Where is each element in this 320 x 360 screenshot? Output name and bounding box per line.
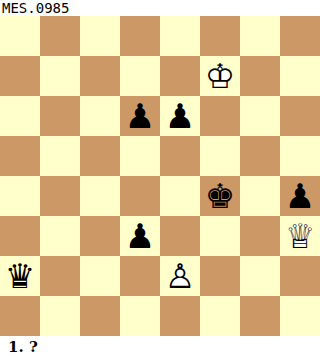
square-e5[interactable]	[160, 136, 200, 176]
square-b5[interactable]	[40, 136, 80, 176]
square-d2[interactable]	[120, 256, 160, 296]
puzzle-id: MES.0985	[2, 0, 69, 16]
square-b7[interactable]	[40, 56, 80, 96]
piece-fill: ♚	[200, 176, 240, 216]
square-h7[interactable]	[280, 56, 320, 96]
square-c1[interactable]	[80, 296, 120, 336]
piece-fill: ♟	[280, 176, 320, 216]
move-prompt: 1. ?	[8, 337, 38, 359]
white-king-icon: ♚♔	[200, 56, 240, 96]
square-f6[interactable]	[200, 96, 240, 136]
square-f1[interactable]	[200, 296, 240, 336]
square-d5[interactable]	[120, 136, 160, 176]
square-e7[interactable]	[160, 56, 200, 96]
piece-fill: ♟	[160, 96, 200, 136]
square-b6[interactable]	[40, 96, 80, 136]
black-queen-icon: ♛	[0, 256, 40, 296]
square-c4[interactable]	[80, 176, 120, 216]
square-a8[interactable]	[0, 16, 40, 56]
square-f7[interactable]: ♚♔	[200, 56, 240, 96]
square-b3[interactable]	[40, 216, 80, 256]
square-a2[interactable]: ♛	[0, 256, 40, 296]
square-c6[interactable]	[80, 96, 120, 136]
square-a5[interactable]	[0, 136, 40, 176]
square-d8[interactable]	[120, 16, 160, 56]
square-b1[interactable]	[40, 296, 80, 336]
square-f4[interactable]: ♚	[200, 176, 240, 216]
chess-board: ♚♔♟♟♚♟♟♛♕♛♟♙	[0, 16, 320, 336]
square-d7[interactable]	[120, 56, 160, 96]
black-king-icon: ♚	[200, 176, 240, 216]
square-c3[interactable]	[80, 216, 120, 256]
square-a1[interactable]	[0, 296, 40, 336]
square-g4[interactable]	[240, 176, 280, 216]
black-pawn-icon: ♟	[280, 176, 320, 216]
square-h6[interactable]	[280, 96, 320, 136]
square-c2[interactable]	[80, 256, 120, 296]
square-e1[interactable]	[160, 296, 200, 336]
square-h3[interactable]: ♛♕	[280, 216, 320, 256]
square-f8[interactable]	[200, 16, 240, 56]
square-h8[interactable]	[280, 16, 320, 56]
square-f3[interactable]	[200, 216, 240, 256]
chess-puzzle-diagram: MES.0985 ♚♔♟♟♚♟♟♛♕♛♟♙ 1. ?	[0, 0, 320, 360]
square-f2[interactable]	[200, 256, 240, 296]
square-a7[interactable]	[0, 56, 40, 96]
white-queen-icon: ♛♕	[280, 216, 320, 256]
piece-fill: ♟	[120, 216, 160, 256]
square-h2[interactable]	[280, 256, 320, 296]
square-c5[interactable]	[80, 136, 120, 176]
square-c8[interactable]	[80, 16, 120, 56]
black-pawn-icon: ♟	[160, 96, 200, 136]
piece-outline: ♙	[160, 256, 200, 296]
square-h1[interactable]	[280, 296, 320, 336]
piece-fill: ♟	[120, 96, 160, 136]
square-g2[interactable]	[240, 256, 280, 296]
square-g1[interactable]	[240, 296, 280, 336]
square-d3[interactable]: ♟	[120, 216, 160, 256]
square-g8[interactable]	[240, 16, 280, 56]
square-f5[interactable]	[200, 136, 240, 176]
square-g5[interactable]	[240, 136, 280, 176]
square-b4[interactable]	[40, 176, 80, 216]
white-pawn-icon: ♟♙	[160, 256, 200, 296]
square-a6[interactable]	[0, 96, 40, 136]
square-g7[interactable]	[240, 56, 280, 96]
square-e3[interactable]	[160, 216, 200, 256]
square-a4[interactable]	[0, 176, 40, 216]
square-a3[interactable]	[0, 216, 40, 256]
square-g3[interactable]	[240, 216, 280, 256]
square-b2[interactable]	[40, 256, 80, 296]
square-e6[interactable]: ♟	[160, 96, 200, 136]
piece-outline: ♕	[280, 216, 320, 256]
piece-fill: ♛	[0, 256, 40, 296]
square-b8[interactable]	[40, 16, 80, 56]
square-e8[interactable]	[160, 16, 200, 56]
square-d1[interactable]	[120, 296, 160, 336]
piece-outline: ♔	[200, 56, 240, 96]
square-g6[interactable]	[240, 96, 280, 136]
square-c7[interactable]	[80, 56, 120, 96]
square-h5[interactable]	[280, 136, 320, 176]
square-d4[interactable]	[120, 176, 160, 216]
square-e4[interactable]	[160, 176, 200, 216]
black-pawn-icon: ♟	[120, 96, 160, 136]
square-h4[interactable]: ♟	[280, 176, 320, 216]
square-d6[interactable]: ♟	[120, 96, 160, 136]
square-e2[interactable]: ♟♙	[160, 256, 200, 296]
black-pawn-icon: ♟	[120, 216, 160, 256]
